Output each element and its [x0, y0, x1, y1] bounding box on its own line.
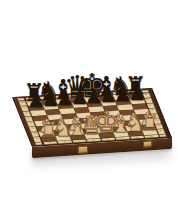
border-corner — [17, 98, 24, 101]
board-grid — [26, 93, 158, 142]
chessboard: AA88BB77CC66DD55EE44FF33GG22HH11 — [12, 88, 172, 147]
square-h1 — [142, 129, 159, 135]
border-corner — [141, 90, 148, 93]
brass-hinge — [143, 140, 152, 148]
chess-set-product-photo: AA88BB77CC66DD55EE44FF33GG22HH11 ♜♞♝♛♚♝♞… — [0, 0, 178, 222]
brass-clasp — [78, 145, 88, 154]
border-corner — [35, 142, 42, 145]
border-corner — [159, 134, 166, 137]
